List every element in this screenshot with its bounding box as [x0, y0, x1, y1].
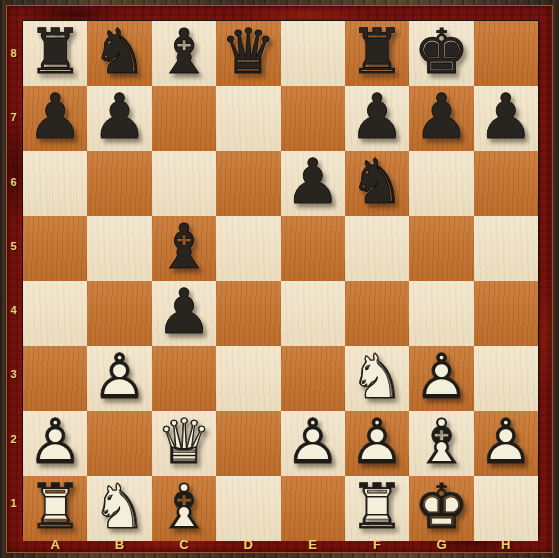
- square-e8[interactable]: [281, 21, 345, 86]
- piece-white-knight-b1[interactable]: ♞♘: [87, 476, 151, 541]
- square-h7[interactable]: ♟: [474, 86, 538, 151]
- square-h5[interactable]: [474, 216, 538, 281]
- square-f3[interactable]: ♞♘: [345, 346, 409, 411]
- square-f7[interactable]: ♟: [345, 86, 409, 151]
- square-a3[interactable]: [23, 346, 87, 411]
- square-g2[interactable]: ♝♗: [409, 411, 473, 476]
- piece-white-pawn-h2[interactable]: ♟♙: [474, 411, 538, 476]
- piece-outline-glyph: ♘: [87, 476, 151, 541]
- square-e3[interactable]: [281, 346, 345, 411]
- piece-black-pawn-a7[interactable]: ♟: [23, 86, 87, 151]
- square-d5[interactable]: [216, 216, 280, 281]
- piece-black-pawn-c4[interactable]: ♟: [152, 281, 216, 346]
- rank-label-5: 5: [5, 214, 22, 278]
- piece-black-queen-d8[interactable]: ♛: [216, 21, 280, 86]
- piece-white-pawn-a2[interactable]: ♟♙: [23, 411, 87, 476]
- piece-black-knight-b8[interactable]: ♞: [87, 21, 151, 86]
- piece-glyph: ♝: [156, 21, 212, 83]
- piece-outline-glyph: ♗: [152, 476, 216, 541]
- piece-glyph: ♞: [349, 151, 405, 213]
- file-label-g: G: [409, 536, 473, 552]
- square-b1[interactable]: ♞♘: [87, 476, 151, 541]
- piece-black-rook-f8[interactable]: ♜: [345, 21, 409, 86]
- piece-white-king-g1[interactable]: ♚♔: [409, 476, 473, 541]
- board: ♜♞♝♛♜♚♟♟♟♟♟♟♞♝♟♟♙♞♘♟♙♟♙♛♕♟♙♟♙♝♗♟♙♜♖♞♘♝♗♜…: [23, 21, 538, 535]
- square-d8[interactable]: ♛: [216, 21, 280, 86]
- square-d1[interactable]: [216, 476, 280, 541]
- rank-labels: 87654321: [5, 21, 22, 535]
- square-c2[interactable]: ♛♕: [152, 411, 216, 476]
- piece-white-rook-f1[interactable]: ♜♖: [345, 476, 409, 541]
- square-a6[interactable]: [23, 151, 87, 216]
- square-b2[interactable]: [87, 411, 151, 476]
- square-a4[interactable]: [23, 281, 87, 346]
- piece-outline-glyph: ♙: [87, 346, 151, 411]
- piece-white-pawn-g3[interactable]: ♟♙: [409, 346, 473, 411]
- square-d3[interactable]: [216, 346, 280, 411]
- square-h2[interactable]: ♟♙: [474, 411, 538, 476]
- piece-white-queen-c2[interactable]: ♛♕: [152, 411, 216, 476]
- square-c6[interactable]: [152, 151, 216, 216]
- file-label-f: F: [345, 536, 409, 552]
- square-b6[interactable]: [87, 151, 151, 216]
- square-e2[interactable]: ♟♙: [281, 411, 345, 476]
- square-f6[interactable]: ♞: [345, 151, 409, 216]
- square-e1[interactable]: [281, 476, 345, 541]
- square-b7[interactable]: ♟: [87, 86, 151, 151]
- square-h4[interactable]: [474, 281, 538, 346]
- square-a5[interactable]: [23, 216, 87, 281]
- piece-outline-glyph: ♗: [409, 411, 473, 476]
- piece-glyph: ♟: [27, 86, 83, 148]
- piece-glyph: ♜: [349, 21, 405, 83]
- square-e6[interactable]: ♟: [281, 151, 345, 216]
- piece-glyph: ♟: [478, 86, 534, 148]
- file-label-b: B: [87, 536, 151, 552]
- square-h8[interactable]: [474, 21, 538, 86]
- rank-label-8: 8: [5, 21, 22, 85]
- square-c1[interactable]: ♝♗: [152, 476, 216, 541]
- piece-glyph: ♞: [92, 21, 148, 83]
- square-g5[interactable]: [409, 216, 473, 281]
- piece-glyph: ♜: [27, 21, 83, 83]
- square-a7[interactable]: ♟: [23, 86, 87, 151]
- file-label-e: E: [281, 536, 345, 552]
- square-h3[interactable]: [474, 346, 538, 411]
- piece-white-knight-f3[interactable]: ♞♘: [345, 346, 409, 411]
- square-b4[interactable]: [87, 281, 151, 346]
- square-d6[interactable]: [216, 151, 280, 216]
- square-b8[interactable]: ♞: [87, 21, 151, 86]
- piece-outline-glyph: ♙: [409, 346, 473, 411]
- piece-glyph: ♛: [221, 21, 277, 83]
- piece-glyph: ♟: [349, 86, 405, 148]
- piece-glyph: ♟: [156, 281, 212, 343]
- piece-black-king-g8[interactable]: ♚: [409, 21, 473, 86]
- square-g6[interactable]: [409, 151, 473, 216]
- piece-white-rook-a1[interactable]: ♜♖: [23, 476, 87, 541]
- piece-outline-glyph: ♖: [23, 476, 87, 541]
- square-d7[interactable]: [216, 86, 280, 151]
- square-a2[interactable]: ♟♙: [23, 411, 87, 476]
- square-g7[interactable]: ♟: [409, 86, 473, 151]
- file-labels: ABCDEFGH: [23, 536, 538, 552]
- piece-white-pawn-b3[interactable]: ♟♙: [87, 346, 151, 411]
- square-a1[interactable]: ♜♖: [23, 476, 87, 541]
- piece-black-bishop-c5[interactable]: ♝: [152, 216, 216, 281]
- square-e5[interactable]: [281, 216, 345, 281]
- piece-black-rook-a8[interactable]: ♜: [23, 21, 87, 86]
- square-c7[interactable]: [152, 86, 216, 151]
- square-g3[interactable]: ♟♙: [409, 346, 473, 411]
- square-d4[interactable]: [216, 281, 280, 346]
- piece-black-bishop-c8[interactable]: ♝: [152, 21, 216, 86]
- rank-label-7: 7: [5, 85, 22, 149]
- rank-label-6: 6: [5, 150, 22, 214]
- rank-label-2: 2: [5, 407, 22, 471]
- rank-label-3: 3: [5, 342, 22, 406]
- square-f5[interactable]: [345, 216, 409, 281]
- square-a8[interactable]: ♜: [23, 21, 87, 86]
- piece-outline-glyph: ♙: [23, 411, 87, 476]
- piece-black-knight-f6[interactable]: ♞: [345, 151, 409, 216]
- file-label-a: A: [23, 536, 87, 552]
- piece-black-pawn-b7[interactable]: ♟: [87, 86, 151, 151]
- square-h6[interactable]: [474, 151, 538, 216]
- piece-outline-glyph: ♘: [345, 346, 409, 411]
- piece-glyph: ♟: [92, 86, 148, 148]
- square-e4[interactable]: [281, 281, 345, 346]
- piece-outline-glyph: ♔: [409, 476, 473, 541]
- piece-outline-glyph: ♙: [474, 411, 538, 476]
- piece-white-bishop-g2[interactable]: ♝♗: [409, 411, 473, 476]
- square-g4[interactable]: [409, 281, 473, 346]
- square-g8[interactable]: ♚: [409, 21, 473, 86]
- square-g1[interactable]: ♚♔: [409, 476, 473, 541]
- piece-glyph: ♟: [414, 86, 470, 148]
- file-label-h: H: [474, 536, 538, 552]
- piece-white-bishop-c1[interactable]: ♝♗: [152, 476, 216, 541]
- file-label-c: C: [152, 536, 216, 552]
- piece-glyph: ♟: [285, 151, 341, 213]
- piece-black-pawn-f7[interactable]: ♟: [345, 86, 409, 151]
- piece-white-pawn-f2[interactable]: ♟♙: [345, 411, 409, 476]
- rank-label-4: 4: [5, 278, 22, 342]
- piece-black-pawn-g7[interactable]: ♟: [409, 86, 473, 151]
- square-c5[interactable]: ♝: [152, 216, 216, 281]
- rank-label-1: 1: [5, 471, 22, 535]
- piece-outline-glyph: ♕: [152, 411, 216, 476]
- file-label-d: D: [216, 536, 280, 552]
- piece-black-pawn-e6[interactable]: ♟: [281, 151, 345, 216]
- square-e7[interactable]: [281, 86, 345, 151]
- square-h1[interactable]: [474, 476, 538, 541]
- square-c8[interactable]: ♝: [152, 21, 216, 86]
- piece-outline-glyph: ♖: [345, 476, 409, 541]
- square-f4[interactable]: [345, 281, 409, 346]
- square-b3[interactable]: ♟♙: [87, 346, 151, 411]
- piece-glyph: ♝: [156, 216, 212, 278]
- square-b5[interactable]: [87, 216, 151, 281]
- square-d2[interactable]: [216, 411, 280, 476]
- square-f2[interactable]: ♟♙: [345, 411, 409, 476]
- square-f8[interactable]: ♜: [345, 21, 409, 86]
- square-f1[interactable]: ♜♖: [345, 476, 409, 541]
- piece-white-pawn-e2[interactable]: ♟♙: [281, 411, 345, 476]
- piece-glyph: ♚: [414, 21, 470, 83]
- piece-black-pawn-h7[interactable]: ♟: [474, 86, 538, 151]
- piece-outline-glyph: ♙: [345, 411, 409, 476]
- square-c3[interactable]: [152, 346, 216, 411]
- square-c4[interactable]: ♟: [152, 281, 216, 346]
- piece-outline-glyph: ♙: [281, 411, 345, 476]
